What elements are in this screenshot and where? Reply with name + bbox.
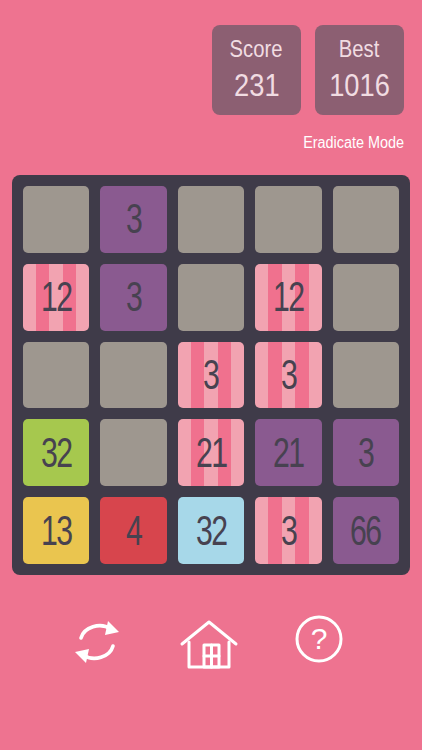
empty-cell — [178, 264, 244, 331]
help-glyph: ? — [311, 622, 328, 655]
board-grid[interactable]: 31231233322121313432366 — [12, 175, 410, 575]
tile-value: 3 — [281, 507, 296, 555]
tile-value: 12 — [273, 273, 304, 321]
help-icon: ? — [293, 613, 345, 665]
score-label: Score — [230, 36, 283, 64]
best-label: Best — [339, 36, 380, 64]
tile-32: 32 — [178, 497, 244, 564]
tile-value: 21 — [196, 429, 227, 477]
tile-value: 13 — [41, 507, 72, 555]
best-box: Best 1016 — [315, 25, 404, 115]
tile-value: 3 — [358, 429, 373, 477]
tile-value: 21 — [273, 429, 304, 477]
restart-button[interactable] — [64, 612, 130, 672]
tile-21: 21 — [255, 419, 321, 486]
tile-value: 4 — [126, 507, 141, 555]
tile-value: 66 — [350, 507, 381, 555]
empty-cell — [178, 186, 244, 253]
tile-3: 3 — [100, 264, 166, 331]
tile-3: 3 — [178, 342, 244, 409]
tile-21: 21 — [178, 419, 244, 486]
empty-cell — [23, 342, 89, 409]
best-value: 1016 — [329, 67, 390, 104]
tile-4: 4 — [100, 497, 166, 564]
tile-32: 32 — [23, 419, 89, 486]
app-screen: Score 231 Best 1016 Eradicate Mode 31231… — [0, 0, 422, 750]
restart-icon — [64, 612, 130, 672]
tile-value: 3 — [281, 351, 296, 399]
home-button[interactable] — [178, 615, 240, 673]
empty-cell — [255, 186, 321, 253]
tile-66: 66 — [333, 497, 399, 564]
empty-cell — [100, 342, 166, 409]
score-value: 231 — [234, 67, 280, 104]
empty-cell — [100, 419, 166, 486]
help-button[interactable]: ? — [293, 613, 345, 665]
empty-cell — [333, 186, 399, 253]
tile-12: 12 — [23, 264, 89, 331]
tile-13: 13 — [23, 497, 89, 564]
tile-3: 3 — [255, 497, 321, 564]
tile-value: 32 — [196, 507, 227, 555]
tile-value: 3 — [203, 351, 218, 399]
tile-3: 3 — [100, 186, 166, 253]
score-box: Score 231 — [212, 25, 301, 115]
tile-3: 3 — [333, 419, 399, 486]
tile-value: 3 — [126, 273, 141, 321]
tile-12: 12 — [255, 264, 321, 331]
home-icon — [178, 615, 240, 673]
empty-cell — [333, 342, 399, 409]
tile-value: 32 — [41, 429, 72, 477]
tile-3: 3 — [255, 342, 321, 409]
mode-label: Eradicate Mode — [303, 134, 404, 152]
tile-value: 3 — [126, 195, 141, 243]
tile-value: 12 — [41, 273, 72, 321]
empty-cell — [23, 186, 89, 253]
empty-cell — [333, 264, 399, 331]
